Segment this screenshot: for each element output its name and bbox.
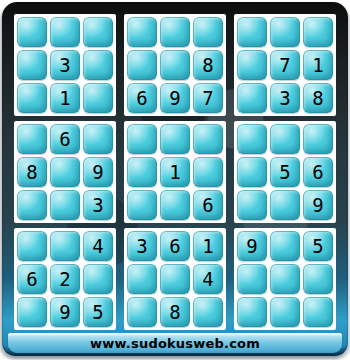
cell-r1c3[interactable]: [83, 17, 113, 47]
cell-r9c3: 5: [83, 297, 113, 327]
given-digit: 4: [92, 237, 103, 256]
cell-r9c9[interactable]: [303, 297, 333, 327]
sudoku-box-1: 31: [14, 14, 116, 116]
cell-r1c6[interactable]: [193, 17, 223, 47]
cell-r8c4[interactable]: [127, 264, 157, 294]
given-digit: 1: [59, 89, 70, 108]
cell-r3c7[interactable]: [237, 83, 267, 113]
cell-r5c8: 5: [270, 157, 300, 187]
given-digit: 8: [26, 163, 37, 182]
website-link[interactable]: www.sudokusweb.com: [90, 336, 260, 351]
given-digit: 3: [92, 196, 103, 215]
given-digit: 2: [59, 270, 70, 289]
cell-r3c4: 6: [127, 83, 157, 113]
cell-r8c8[interactable]: [270, 264, 300, 294]
cell-r7c4: 3: [127, 231, 157, 261]
cell-r6c8[interactable]: [270, 190, 300, 220]
given-digit: 1: [202, 237, 213, 256]
cell-r9c4[interactable]: [127, 297, 157, 327]
cell-r1c7[interactable]: [237, 17, 267, 47]
given-digit: 8: [312, 89, 323, 108]
cell-r8c7[interactable]: [237, 264, 267, 294]
cell-r6c6: 6: [193, 190, 223, 220]
given-digit: 6: [312, 163, 323, 182]
cell-r6c2[interactable]: [50, 190, 80, 220]
cell-r3c8: 3: [270, 83, 300, 113]
given-digit: 5: [92, 303, 103, 322]
cell-r4c3[interactable]: [83, 124, 113, 154]
cell-r4c9[interactable]: [303, 124, 333, 154]
cell-r2c7[interactable]: [237, 50, 267, 80]
cell-r7c2[interactable]: [50, 231, 80, 261]
given-digit: 9: [246, 237, 257, 256]
cell-r3c2: 1: [50, 83, 80, 113]
cell-r2c2: 3: [50, 50, 80, 80]
cell-r4c7[interactable]: [237, 124, 267, 154]
cell-r7c3: 4: [83, 231, 113, 261]
cell-r2c1[interactable]: [17, 50, 47, 80]
given-digit: 6: [59, 130, 70, 149]
given-digit: 9: [169, 89, 180, 108]
cell-r3c5: 9: [160, 83, 190, 113]
given-digit: 9: [312, 196, 323, 215]
cell-r6c4[interactable]: [127, 190, 157, 220]
cell-r4c6[interactable]: [193, 124, 223, 154]
cell-r2c6: 8: [193, 50, 223, 80]
cell-r1c1[interactable]: [17, 17, 47, 47]
given-digit: 5: [312, 237, 323, 256]
given-digit: 8: [202, 56, 213, 75]
cell-r9c5: 8: [160, 297, 190, 327]
sudoku-box-3: 7138: [234, 14, 336, 116]
cell-r1c2[interactable]: [50, 17, 80, 47]
cell-r7c8[interactable]: [270, 231, 300, 261]
sudoku-page: 3186977138689316569462953614895 www.sudo…: [0, 0, 350, 360]
cell-r6c3: 3: [83, 190, 113, 220]
cell-r9c8[interactable]: [270, 297, 300, 327]
sudoku-box-5: 16: [124, 121, 226, 223]
given-digit: 3: [59, 56, 70, 75]
cell-r9c2: 9: [50, 297, 80, 327]
cell-r6c5[interactable]: [160, 190, 190, 220]
cell-r2c4[interactable]: [127, 50, 157, 80]
given-digit: 6: [26, 270, 37, 289]
given-digit: 1: [312, 56, 323, 75]
cell-r4c2: 6: [50, 124, 80, 154]
sudoku-box-8: 36148: [124, 228, 226, 330]
given-digit: 3: [136, 237, 147, 256]
cell-r8c1: 6: [17, 264, 47, 294]
cell-r8c9[interactable]: [303, 264, 333, 294]
cell-r5c5: 1: [160, 157, 190, 187]
given-digit: 8: [169, 303, 180, 322]
cell-r3c9: 8: [303, 83, 333, 113]
cell-r7c6: 1: [193, 231, 223, 261]
cell-r5c1: 8: [17, 157, 47, 187]
cell-r1c9[interactable]: [303, 17, 333, 47]
cell-r6c7[interactable]: [237, 190, 267, 220]
cell-r4c1[interactable]: [17, 124, 47, 154]
cell-r3c3[interactable]: [83, 83, 113, 113]
sudoku-box-7: 46295: [14, 228, 116, 330]
cell-r6c9: 9: [303, 190, 333, 220]
cell-r2c3[interactable]: [83, 50, 113, 80]
given-digit: 7: [279, 56, 290, 75]
given-digit: 1: [169, 163, 180, 182]
cell-r5c3: 9: [83, 157, 113, 187]
cell-r1c4[interactable]: [127, 17, 157, 47]
board-frame: 3186977138689316569462953614895 www.sudo…: [2, 2, 348, 356]
cell-r5c2[interactable]: [50, 157, 80, 187]
given-digit: 7: [202, 89, 213, 108]
cell-r8c6: 4: [193, 264, 223, 294]
cell-r1c8[interactable]: [270, 17, 300, 47]
cell-r8c2: 2: [50, 264, 80, 294]
cell-r2c9: 1: [303, 50, 333, 80]
cell-r2c8: 7: [270, 50, 300, 80]
cell-r5c6[interactable]: [193, 157, 223, 187]
given-digit: 6: [202, 196, 213, 215]
cell-r7c7: 9: [237, 231, 267, 261]
given-digit: 4: [202, 270, 213, 289]
cell-r7c5: 6: [160, 231, 190, 261]
cell-r9c7[interactable]: [237, 297, 267, 327]
cell-r5c7[interactable]: [237, 157, 267, 187]
cell-r3c1[interactable]: [17, 83, 47, 113]
cell-r8c3[interactable]: [83, 264, 113, 294]
sudoku-box-4: 6893: [14, 121, 116, 223]
cell-r5c4[interactable]: [127, 157, 157, 187]
given-digit: 6: [136, 89, 147, 108]
given-digit: 3: [279, 89, 290, 108]
cell-r7c1[interactable]: [17, 231, 47, 261]
cell-r3c6: 7: [193, 83, 223, 113]
sudoku-box-2: 8697: [124, 14, 226, 116]
cell-r8c5[interactable]: [160, 264, 190, 294]
given-digit: 9: [59, 303, 70, 322]
cell-r2c5[interactable]: [160, 50, 190, 80]
cell-r9c1[interactable]: [17, 297, 47, 327]
sudoku-board: 3186977138689316569462953614895: [14, 14, 336, 330]
sudoku-box-9: 95: [234, 228, 336, 330]
cell-r5c9: 6: [303, 157, 333, 187]
given-digit: 9: [92, 163, 103, 182]
cell-r4c4[interactable]: [127, 124, 157, 154]
given-digit: 5: [279, 163, 290, 182]
cell-r4c8[interactable]: [270, 124, 300, 154]
sudoku-box-6: 569: [234, 121, 336, 223]
footer-bar: www.sudokusweb.com: [8, 333, 342, 353]
cell-r9c6[interactable]: [193, 297, 223, 327]
given-digit: 6: [169, 237, 180, 256]
cell-r1c5[interactable]: [160, 17, 190, 47]
cell-r4c5[interactable]: [160, 124, 190, 154]
cell-r7c9: 5: [303, 231, 333, 261]
cell-r6c1[interactable]: [17, 190, 47, 220]
